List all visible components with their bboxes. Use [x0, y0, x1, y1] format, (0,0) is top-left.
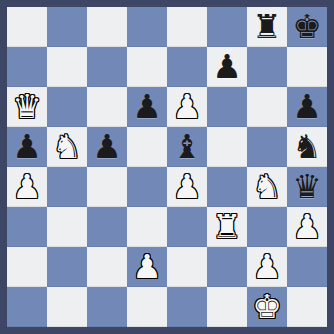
white-pawn[interactable]: ♟	[132, 247, 162, 287]
square-b1[interactable]	[47, 287, 87, 327]
black-pawn[interactable]: ♟	[212, 47, 242, 87]
square-h1[interactable]	[287, 287, 327, 327]
square-b4[interactable]	[47, 167, 87, 207]
square-e1[interactable]	[167, 287, 207, 327]
square-f7[interactable]: ♟	[207, 47, 247, 87]
white-knight[interactable]: ♞	[252, 167, 282, 207]
square-c5[interactable]: ♟	[87, 127, 127, 167]
white-pawn[interactable]: ♟	[172, 167, 202, 207]
black-pawn[interactable]: ♟	[132, 87, 162, 127]
square-a1[interactable]	[7, 287, 47, 327]
square-b3[interactable]	[47, 207, 87, 247]
square-d3[interactable]	[127, 207, 167, 247]
square-h5[interactable]: ♞	[287, 127, 327, 167]
square-e6[interactable]: ♟	[167, 87, 207, 127]
square-c2[interactable]	[87, 247, 127, 287]
square-c1[interactable]	[87, 287, 127, 327]
square-c7[interactable]	[87, 47, 127, 87]
square-e3[interactable]	[167, 207, 207, 247]
square-h2[interactable]	[287, 247, 327, 287]
black-queen[interactable]: ♛	[292, 167, 322, 207]
square-a7[interactable]	[7, 47, 47, 87]
black-king[interactable]: ♚	[292, 7, 322, 47]
square-a2[interactable]	[7, 247, 47, 287]
square-f4[interactable]	[207, 167, 247, 207]
square-h4[interactable]: ♛	[287, 167, 327, 207]
square-d1[interactable]	[127, 287, 167, 327]
square-c4[interactable]	[87, 167, 127, 207]
square-a5[interactable]: ♟	[7, 127, 47, 167]
square-a4[interactable]: ♟	[7, 167, 47, 207]
square-b2[interactable]	[47, 247, 87, 287]
square-g3[interactable]	[247, 207, 287, 247]
square-g7[interactable]	[247, 47, 287, 87]
square-d2[interactable]: ♟	[127, 247, 167, 287]
white-pawn[interactable]: ♟	[12, 167, 42, 207]
black-bishop[interactable]: ♝	[172, 127, 202, 167]
square-g4[interactable]: ♞	[247, 167, 287, 207]
chess-board: ♜♚♟♛♟♟♟♟♞♟♝♞♟♟♞♛♜♟♟♟♚	[7, 7, 327, 327]
square-b6[interactable]	[47, 87, 87, 127]
black-pawn[interactable]: ♟	[12, 127, 42, 167]
white-pawn[interactable]: ♟	[252, 247, 282, 287]
square-e7[interactable]	[167, 47, 207, 87]
square-e2[interactable]	[167, 247, 207, 287]
square-g5[interactable]	[247, 127, 287, 167]
square-b5[interactable]: ♞	[47, 127, 87, 167]
square-f2[interactable]	[207, 247, 247, 287]
square-c6[interactable]	[87, 87, 127, 127]
square-g2[interactable]: ♟	[247, 247, 287, 287]
square-g8[interactable]: ♜	[247, 7, 287, 47]
square-g1[interactable]: ♚	[247, 287, 287, 327]
square-e5[interactable]: ♝	[167, 127, 207, 167]
black-rook[interactable]: ♜	[252, 7, 282, 47]
square-d5[interactable]	[127, 127, 167, 167]
square-b7[interactable]	[47, 47, 87, 87]
white-pawn[interactable]: ♟	[292, 207, 322, 247]
square-f8[interactable]	[207, 7, 247, 47]
square-h3[interactable]: ♟	[287, 207, 327, 247]
white-pawn[interactable]: ♟	[172, 87, 202, 127]
square-h8[interactable]: ♚	[287, 7, 327, 47]
square-f5[interactable]	[207, 127, 247, 167]
square-f6[interactable]	[207, 87, 247, 127]
white-queen[interactable]: ♛	[12, 87, 42, 127]
board-frame: ♜♚♟♛♟♟♟♟♞♟♝♞♟♟♞♛♜♟♟♟♚	[0, 0, 334, 334]
square-d6[interactable]: ♟	[127, 87, 167, 127]
square-f1[interactable]	[207, 287, 247, 327]
square-e4[interactable]: ♟	[167, 167, 207, 207]
black-pawn[interactable]: ♟	[292, 87, 322, 127]
square-c8[interactable]	[87, 7, 127, 47]
square-a6[interactable]: ♛	[7, 87, 47, 127]
square-g6[interactable]	[247, 87, 287, 127]
square-c3[interactable]	[87, 207, 127, 247]
square-e8[interactable]	[167, 7, 207, 47]
square-f3[interactable]: ♜	[207, 207, 247, 247]
square-b8[interactable]	[47, 7, 87, 47]
square-d8[interactable]	[127, 7, 167, 47]
white-king[interactable]: ♚	[252, 287, 282, 327]
white-knight[interactable]: ♞	[52, 127, 82, 167]
black-pawn[interactable]: ♟	[92, 127, 122, 167]
square-h7[interactable]	[287, 47, 327, 87]
square-d7[interactable]	[127, 47, 167, 87]
white-rook[interactable]: ♜	[212, 207, 242, 247]
square-h6[interactable]: ♟	[287, 87, 327, 127]
square-d4[interactable]	[127, 167, 167, 207]
square-a3[interactable]	[7, 207, 47, 247]
square-a8[interactable]	[7, 7, 47, 47]
black-knight[interactable]: ♞	[292, 127, 322, 167]
